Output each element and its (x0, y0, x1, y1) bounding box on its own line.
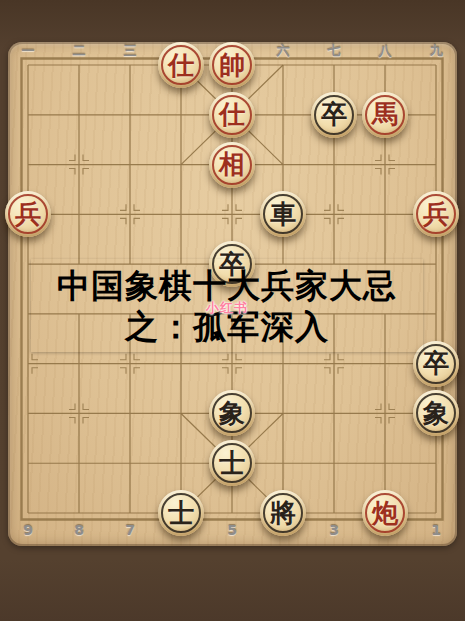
piece-black-soldier[interactable]: 卒 (311, 92, 357, 138)
coordinate-label: 3 (329, 522, 339, 538)
coordinate-label: 1 (431, 522, 441, 538)
piece-glyph: 馬 (362, 92, 408, 138)
piece-glyph: 士 (209, 440, 255, 486)
piece-red-advisor[interactable]: 仕 (158, 42, 204, 88)
app-background: 一二三四五六七八九 987654321 仕帥仕卒馬相兵車兵卒卒象象士士將炮 中国… (0, 0, 465, 621)
piece-glyph: 象 (209, 390, 255, 436)
piece-black-king[interactable]: 將 (260, 490, 306, 536)
piece-glyph: 象 (413, 390, 459, 436)
piece-glyph: 仕 (209, 92, 255, 138)
piece-red-soldier[interactable]: 兵 (413, 191, 459, 237)
coordinate-label: 二 (73, 42, 86, 60)
piece-red-elephant[interactable]: 相 (209, 142, 255, 188)
coordinate-label: 九 (430, 42, 443, 60)
coordinate-label: 三 (124, 42, 137, 60)
piece-glyph: 將 (260, 490, 306, 536)
piece-red-king[interactable]: 帥 (209, 42, 255, 88)
piece-red-advisor[interactable]: 仕 (209, 92, 255, 138)
piece-black-chariot[interactable]: 車 (260, 191, 306, 237)
piece-glyph: 相 (209, 142, 255, 188)
piece-glyph: 炮 (362, 490, 408, 536)
piece-red-horse[interactable]: 馬 (362, 92, 408, 138)
piece-black-elephant[interactable]: 象 (413, 390, 459, 436)
piece-red-soldier[interactable]: 兵 (5, 191, 51, 237)
piece-glyph: 車 (260, 191, 306, 237)
piece-glyph: 卒 (311, 92, 357, 138)
coordinate-label: 七 (328, 42, 341, 60)
coordinate-label: 5 (227, 522, 237, 538)
coordinate-label: 8 (74, 522, 84, 538)
piece-black-elephant[interactable]: 象 (209, 390, 255, 436)
xiaohongshu-watermark: 小红书 (206, 299, 248, 317)
coordinate-label: 八 (379, 42, 392, 60)
coordinate-label: 9 (23, 522, 33, 538)
title-banner: 中国象棋十大兵家大忌 之：孤军深入 小红书 (31, 259, 423, 352)
coordinate-label: 一 (22, 42, 35, 60)
coordinate-label: 六 (277, 42, 290, 60)
piece-glyph: 帥 (209, 42, 255, 88)
piece-glyph: 兵 (5, 191, 51, 237)
piece-glyph: 兵 (413, 191, 459, 237)
piece-red-cannon[interactable]: 炮 (362, 490, 408, 536)
piece-glyph: 仕 (158, 42, 204, 88)
piece-glyph: 士 (158, 490, 204, 536)
coordinate-label: 7 (125, 522, 135, 538)
piece-black-advisor[interactable]: 士 (158, 490, 204, 536)
piece-black-advisor[interactable]: 士 (209, 440, 255, 486)
